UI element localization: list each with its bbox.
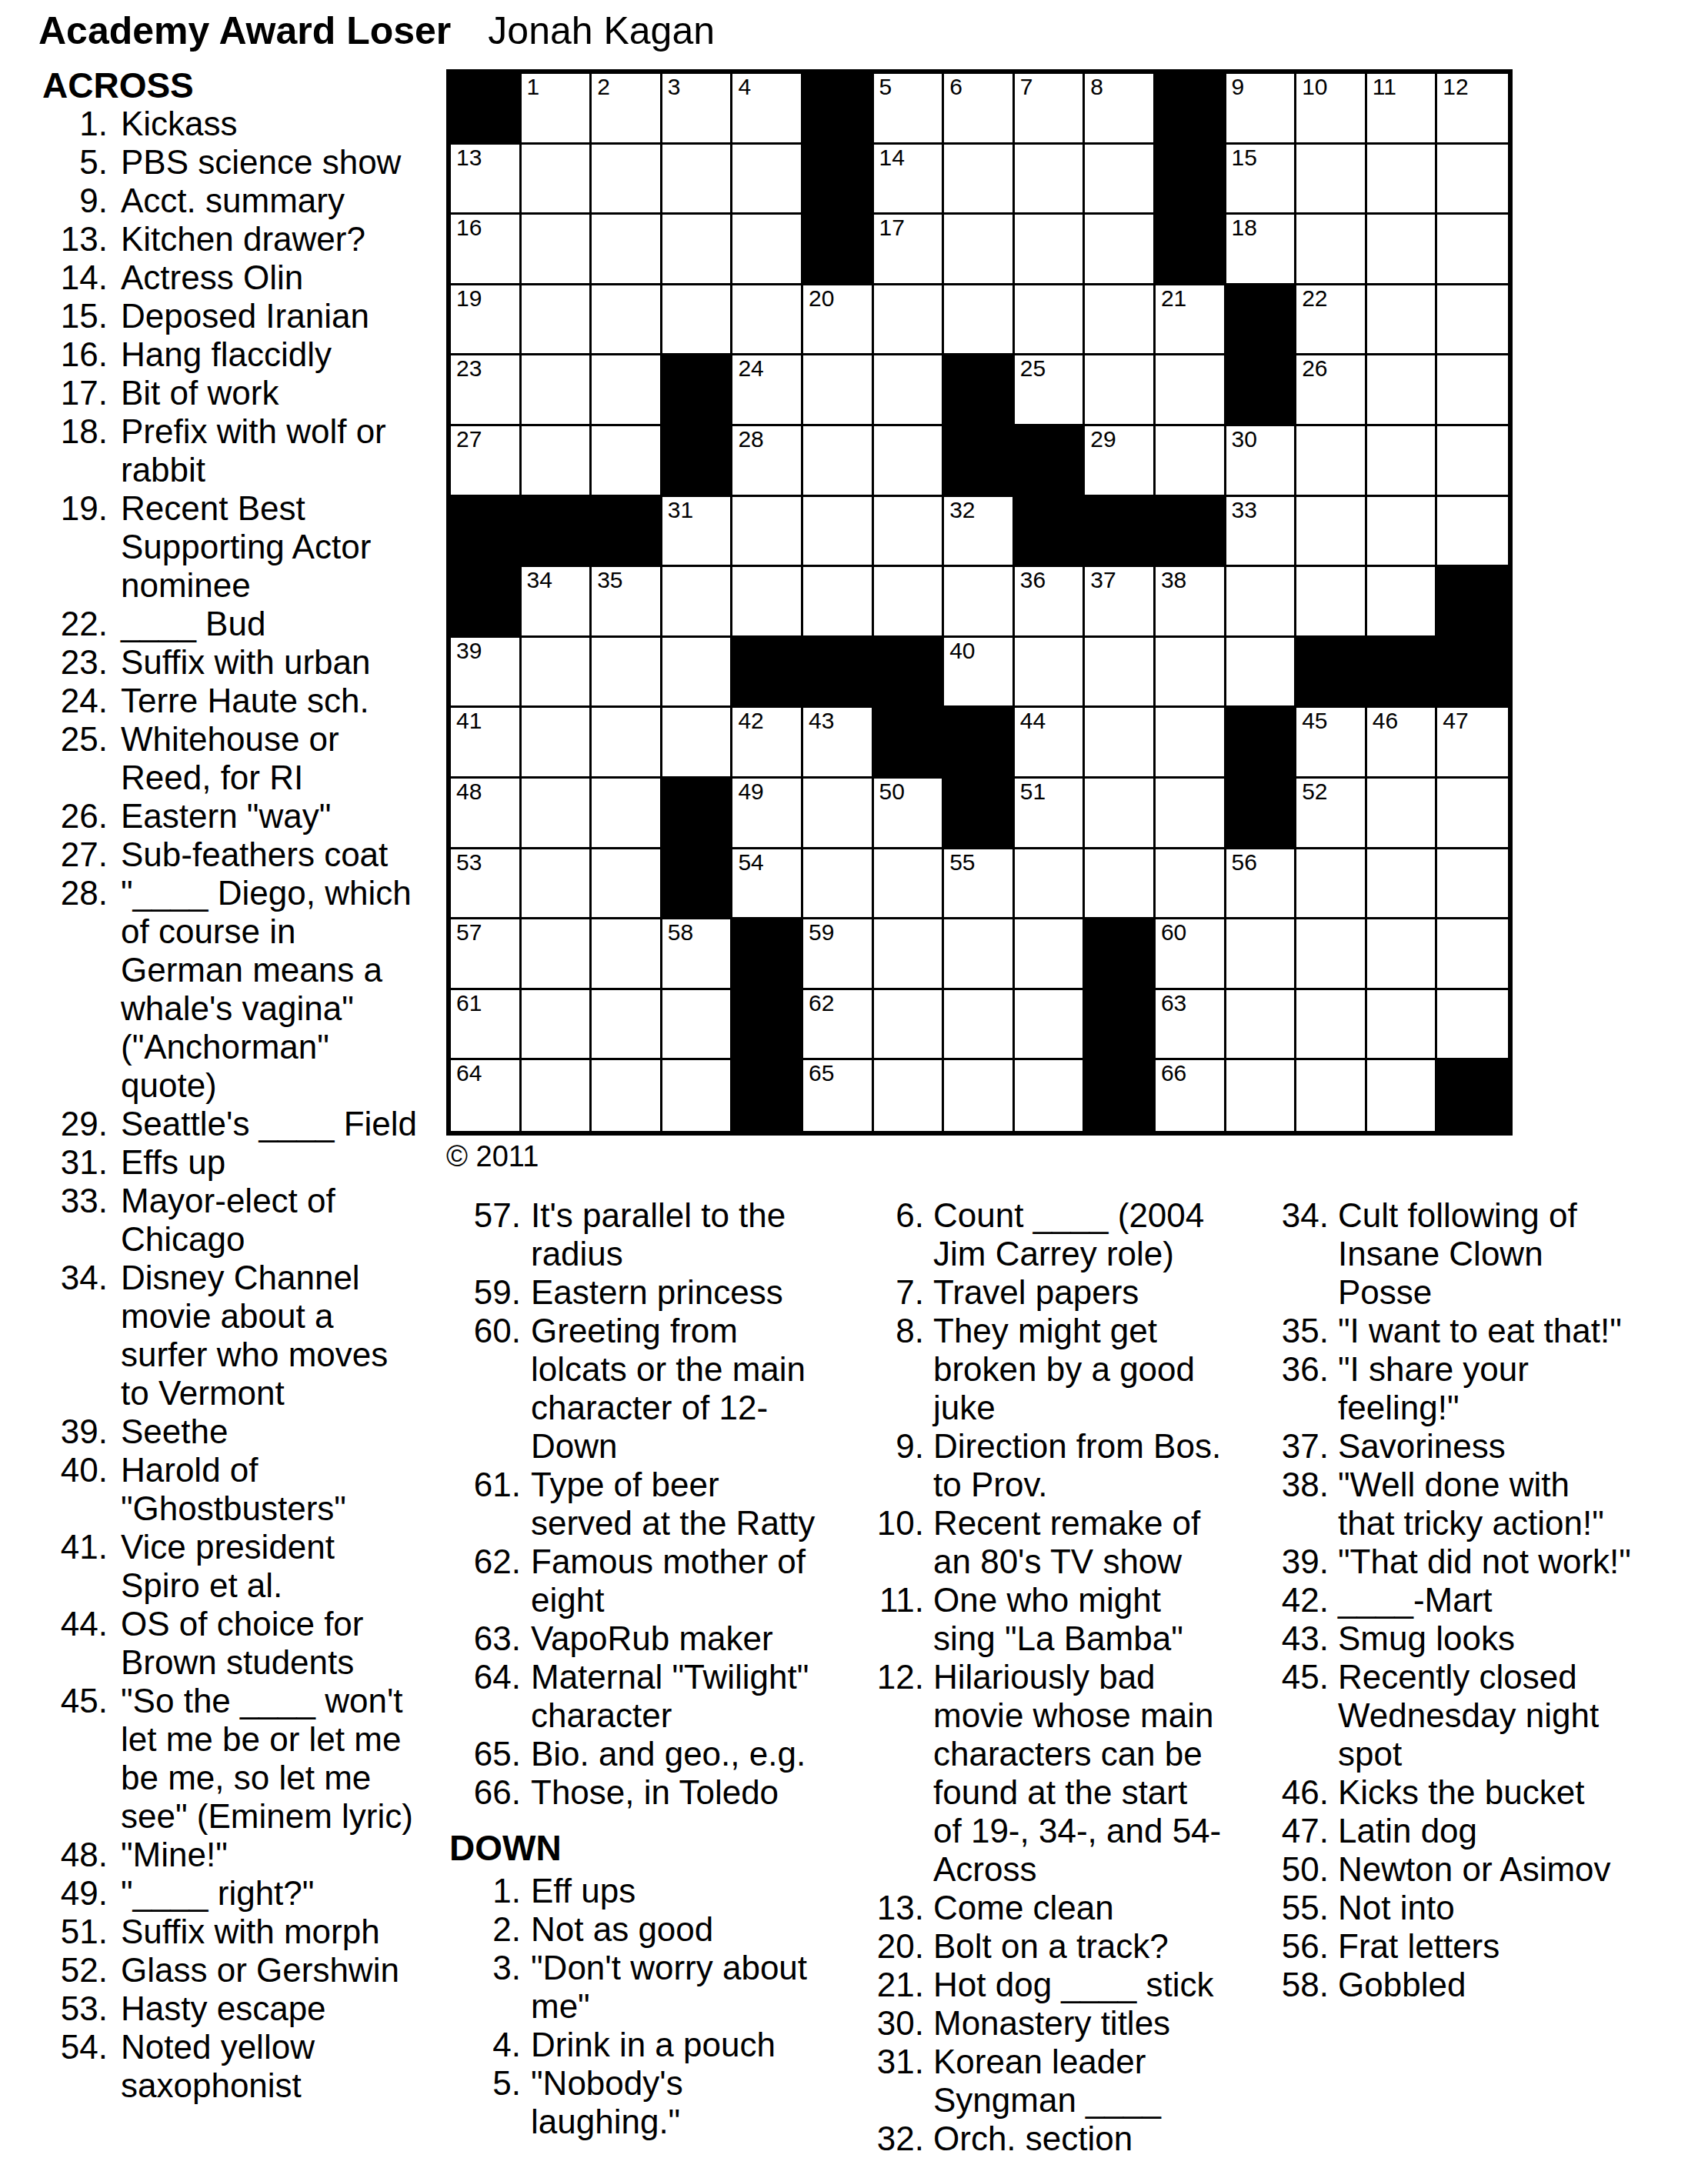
grid-cell[interactable]	[874, 919, 945, 990]
clue-item: 39.Seethe	[15, 1413, 431, 1451]
grid-cell[interactable]	[1085, 779, 1156, 849]
grid-cell[interactable]: 56	[1226, 849, 1297, 920]
clue-number: 47.	[1243, 1812, 1329, 1850]
grid-cell[interactable]	[592, 779, 662, 849]
grid-cell[interactable]	[1367, 215, 1438, 285]
grid-cell[interactable]: 47	[1437, 708, 1508, 779]
grid-cell[interactable]: 33	[1226, 497, 1297, 568]
grid-cell[interactable]	[592, 355, 662, 426]
cell-number: 24	[738, 357, 763, 380]
grid-cell[interactable]: 58	[662, 919, 733, 990]
clue-text: "Mine!"	[121, 1836, 419, 1874]
clue-text: Eastern princess	[531, 1273, 825, 1312]
grid-cell[interactable]: 28	[732, 426, 803, 497]
clue-item: 51.Suffix with morph	[15, 1913, 431, 1951]
grid-cell[interactable]	[874, 426, 945, 497]
clue-number: 18.	[15, 412, 108, 451]
grid-cell[interactable]	[874, 1060, 945, 1131]
grid-cell[interactable]: 42	[732, 708, 803, 779]
grid-cell[interactable]: 41	[451, 708, 522, 779]
clue-number: 48.	[15, 1836, 108, 1874]
clue-item: 12.Hilariously bad movie whose main char…	[839, 1658, 1227, 1889]
grid-cell[interactable]	[522, 919, 592, 990]
clue-item: 38."Well done with that tricky action!"	[1243, 1466, 1636, 1543]
grid-cell[interactable]: 45	[1296, 708, 1367, 779]
grid-cell[interactable]: 19	[451, 285, 522, 356]
grid-cell[interactable]	[1296, 1060, 1367, 1131]
clue-number: 1.	[431, 1872, 521, 1910]
grid-cell[interactable]: 29	[1085, 426, 1156, 497]
clue-text: Type of beer served at the Ratty	[531, 1466, 825, 1543]
clue-number: 31.	[15, 1143, 108, 1182]
clue-item: 55.Not into	[1243, 1889, 1636, 1927]
black-cell	[1015, 497, 1086, 568]
grid-cell[interactable]	[1226, 990, 1297, 1061]
clue-item: 15.Deposed Iranian	[15, 297, 431, 335]
clue-text: They might get broken by a good juke	[933, 1312, 1224, 1427]
clue-text: Kickass	[121, 105, 419, 143]
grid-cell[interactable]: 2	[592, 74, 662, 145]
cell-number: 46	[1373, 709, 1398, 732]
black-cell	[1015, 426, 1086, 497]
grid-cell[interactable]	[522, 638, 592, 709]
clue-text: Hilariously bad movie whose main charact…	[933, 1658, 1224, 1889]
grid-cell[interactable]: 37	[1085, 567, 1156, 638]
grid-cell[interactable]	[1015, 919, 1086, 990]
grid-cell[interactable]	[1156, 779, 1226, 849]
clue-text: "I want to eat that!"	[1338, 1312, 1633, 1350]
cell-number: 4	[738, 75, 751, 98]
black-cell	[1437, 638, 1508, 709]
grid-cell[interactable]: 10	[1296, 74, 1367, 145]
grid-cell[interactable]: 3	[662, 74, 733, 145]
grid-cell[interactable]	[1367, 355, 1438, 426]
cell-number: 36	[1020, 569, 1046, 592]
grid-cell[interactable]: 52	[1296, 779, 1367, 849]
cell-number: 43	[809, 709, 834, 732]
clue-item: 17.Bit of work	[15, 374, 431, 412]
grid-cell[interactable]	[1367, 990, 1438, 1061]
clue-text: "Don't worry about me"	[531, 1949, 825, 2026]
grid-cell[interactable]: 34	[522, 567, 592, 638]
grid-cell[interactable]: 32	[944, 497, 1015, 568]
clue-text: "Well done with that tricky action!"	[1338, 1466, 1633, 1543]
grid-cell[interactable]: 63	[1156, 990, 1226, 1061]
grid-cell[interactable]: 27	[451, 426, 522, 497]
grid-cell[interactable]: 30	[1226, 426, 1297, 497]
grid-cell[interactable]	[1296, 919, 1367, 990]
cell-number: 57	[456, 921, 482, 944]
clue-item: 23.Suffix with urban	[15, 643, 431, 682]
grid-cell[interactable]	[944, 145, 1015, 215]
grid-cell[interactable]	[1437, 779, 1508, 849]
grid-cell[interactable]	[592, 1060, 662, 1131]
grid-cell[interactable]	[522, 215, 592, 285]
grid-cell[interactable]: 57	[451, 919, 522, 990]
grid-cell[interactable]	[592, 285, 662, 356]
grid-cell[interactable]	[1226, 567, 1297, 638]
grid-cell[interactable]	[803, 497, 874, 568]
grid-cell[interactable]	[732, 567, 803, 638]
grid-cell[interactable]: 59	[803, 919, 874, 990]
grid-cell[interactable]	[592, 638, 662, 709]
grid-cell[interactable]	[1085, 708, 1156, 779]
grid-cell[interactable]	[944, 285, 1015, 356]
grid-cell[interactable]	[803, 426, 874, 497]
black-cell	[1156, 145, 1226, 215]
cell-number: 9	[1232, 75, 1245, 98]
grid-cell[interactable]: 54	[732, 849, 803, 920]
grid-cell[interactable]	[944, 567, 1015, 638]
grid-cell[interactable]	[1156, 355, 1226, 426]
black-cell	[944, 426, 1015, 497]
grid-cell[interactable]	[1367, 426, 1438, 497]
clue-number: 54.	[15, 2028, 108, 2066]
grid-cell[interactable]	[874, 497, 945, 568]
grid-cell[interactable]	[662, 567, 733, 638]
bottom-column-1: 57.It's parallel to the radius59.Eastern…	[431, 1196, 827, 2141]
grid-cell[interactable]	[1156, 426, 1226, 497]
cell-number: 21	[1161, 287, 1186, 310]
grid-cell[interactable]	[1437, 285, 1508, 356]
grid-cell[interactable]	[1085, 145, 1156, 215]
grid-cell[interactable]: 66	[1156, 1060, 1226, 1131]
grid-cell[interactable]	[522, 779, 592, 849]
clue-item: 64.Maternal "Twilight" character	[431, 1658, 827, 1735]
grid-cell[interactable]	[662, 145, 733, 215]
grid-cell[interactable]	[1437, 145, 1508, 215]
grid-cell[interactable]	[1296, 497, 1367, 568]
grid-cell[interactable]	[1437, 919, 1508, 990]
grid-cell[interactable]: 16	[451, 215, 522, 285]
grid-cell[interactable]: 35	[592, 567, 662, 638]
cell-number: 51	[1020, 780, 1046, 803]
grid-cell[interactable]	[522, 355, 592, 426]
grid-cell[interactable]	[1437, 990, 1508, 1061]
clue-text: Latin dog	[1338, 1812, 1633, 1850]
grid-cell[interactable]	[732, 285, 803, 356]
grid-cell[interactable]	[1085, 849, 1156, 920]
cell-number: 13	[456, 146, 482, 169]
clue-item: 36."I share your feeling!"	[1243, 1350, 1636, 1427]
grid-cell[interactable]	[592, 849, 662, 920]
across-header: ACROSS	[15, 66, 431, 105]
clue-number: 8.	[839, 1312, 924, 1350]
black-cell	[1156, 74, 1226, 145]
cell-number: 16	[456, 216, 482, 239]
grid-cell[interactable]: 50	[874, 779, 945, 849]
grid-cell[interactable]: 15	[1226, 145, 1297, 215]
grid-cell[interactable]: 24	[732, 355, 803, 426]
grid-cell[interactable]	[1367, 779, 1438, 849]
grid-cell[interactable]: 46	[1367, 708, 1438, 779]
grid-cell[interactable]: 65	[803, 1060, 874, 1131]
cell-number: 1	[527, 75, 540, 98]
grid-cell[interactable]	[1437, 849, 1508, 920]
grid-cell[interactable]: 18	[1226, 215, 1297, 285]
grid-cell[interactable]	[522, 285, 592, 356]
grid-cell[interactable]	[592, 919, 662, 990]
grid-cell[interactable]: 6	[944, 74, 1015, 145]
grid-cell[interactable]	[592, 708, 662, 779]
grid-cell[interactable]	[1015, 145, 1086, 215]
grid-cell[interactable]	[874, 849, 945, 920]
grid-cell[interactable]: 60	[1156, 919, 1226, 990]
grid-cell[interactable]: 53	[451, 849, 522, 920]
clue-item: 54.Noted yellow saxophonist	[15, 2028, 431, 2105]
grid-cell[interactable]	[874, 990, 945, 1061]
clue-text: Effs up	[121, 1143, 419, 1182]
clue-text: Prefix with wolf or rabbit	[121, 412, 419, 489]
cell-number: 31	[668, 499, 693, 522]
grid-cell[interactable]: 23	[451, 355, 522, 426]
black-cell	[1437, 567, 1508, 638]
grid-cell[interactable]: 39	[451, 638, 522, 709]
clue-text: Travel papers	[933, 1273, 1224, 1312]
clue-number: 5.	[15, 143, 108, 182]
grid-cell[interactable]	[944, 990, 1015, 1061]
clue-text: Savoriness	[1338, 1427, 1633, 1466]
grid-cell[interactable]	[1296, 145, 1367, 215]
grid-cell[interactable]: 44	[1015, 708, 1086, 779]
grid-cell[interactable]	[732, 145, 803, 215]
grid-cell[interactable]: 1	[522, 74, 592, 145]
grid-cell[interactable]	[874, 355, 945, 426]
clue-text: "Nobody's laughing."	[531, 2064, 825, 2141]
clue-text: Harold of "Ghostbusters"	[121, 1451, 419, 1528]
clue-text: Frat letters	[1338, 1927, 1633, 1966]
clue-number: 51.	[15, 1913, 108, 1951]
clue-text: Acct. summary	[121, 182, 419, 220]
clue-text: "____ right?"	[121, 1874, 419, 1913]
grid-cell[interactable]	[1437, 497, 1508, 568]
grid-cell[interactable]	[1367, 919, 1438, 990]
grid-cell[interactable]	[1367, 497, 1438, 568]
grid-cell[interactable]	[944, 1060, 1015, 1131]
grid-cell[interactable]	[522, 145, 592, 215]
black-cell	[944, 708, 1015, 779]
clue-number: 34.	[1243, 1196, 1329, 1235]
clue-number: 33.	[15, 1182, 108, 1220]
grid-cell[interactable]: 43	[803, 708, 874, 779]
clue-number: 37.	[1243, 1427, 1329, 1466]
black-cell	[592, 497, 662, 568]
grid-cell[interactable]	[803, 849, 874, 920]
grid-cell[interactable]: 48	[451, 779, 522, 849]
clue-text: Monastery titles	[933, 2004, 1224, 2043]
grid-cell[interactable]	[522, 849, 592, 920]
clue-text: Bio. and geo., e.g.	[531, 1735, 825, 1773]
grid-cell[interactable]	[1156, 849, 1226, 920]
clue-item: 59.Eastern princess	[431, 1273, 827, 1312]
grid-cell[interactable]	[592, 426, 662, 497]
grid-cell[interactable]	[522, 1060, 592, 1131]
clue-item: 45.Recently closed Wednesday night spot	[1243, 1658, 1636, 1773]
grid-cell[interactable]	[1015, 638, 1086, 709]
grid-cell[interactable]	[1367, 567, 1438, 638]
grid-cell[interactable]	[1156, 708, 1226, 779]
grid-cell[interactable]	[662, 708, 733, 779]
clue-item: 30.Monastery titles	[839, 2004, 1227, 2043]
down-header: DOWN	[431, 1829, 827, 1867]
black-cell	[451, 497, 522, 568]
clue-text: Recent remake of an 80's TV show	[933, 1504, 1224, 1581]
grid-cell[interactable]	[1085, 215, 1156, 285]
clue-text: Suffix with urban	[121, 643, 419, 682]
clue-number: 52.	[15, 1951, 108, 1990]
grid-cell[interactable]: 31	[662, 497, 733, 568]
clue-text: Seethe	[121, 1413, 419, 1451]
grid-cell[interactable]	[1367, 285, 1438, 356]
grid-cell[interactable]: 49	[732, 779, 803, 849]
grid-cell[interactable]	[592, 215, 662, 285]
grid-cell[interactable]: 9	[1226, 74, 1297, 145]
grid-cell[interactable]	[1085, 285, 1156, 356]
grid-cell[interactable]	[1296, 990, 1367, 1061]
clue-text: Glass or Gershwin	[121, 1951, 419, 1990]
black-cell	[662, 849, 733, 920]
grid-cell[interactable]	[662, 285, 733, 356]
grid-cell[interactable]: 13	[451, 145, 522, 215]
clue-item: 42.____-Mart	[1243, 1581, 1636, 1619]
grid-cell[interactable]	[592, 145, 662, 215]
grid-cell[interactable]: 7	[1015, 74, 1086, 145]
clue-text: One who might sing "La Bamba"	[933, 1581, 1224, 1658]
grid-cell[interactable]	[1226, 919, 1297, 990]
grid-cell[interactable]	[592, 990, 662, 1061]
clue-item: 25.Whitehouse or Reed, for RI	[15, 720, 431, 797]
grid-cell[interactable]	[1085, 355, 1156, 426]
cell-number: 10	[1302, 75, 1327, 98]
grid-cell[interactable]	[1296, 215, 1367, 285]
grid-cell[interactable]: 14	[874, 145, 945, 215]
clue-text: Eff ups	[531, 1872, 825, 1910]
grid-cell[interactable]: 17	[874, 215, 945, 285]
grid-cell[interactable]: 8	[1085, 74, 1156, 145]
grid-cell[interactable]	[1085, 638, 1156, 709]
clue-item: 13.Come clean	[839, 1889, 1227, 1927]
grid-cell[interactable]	[1437, 215, 1508, 285]
grid-cell[interactable]	[1015, 285, 1086, 356]
clue-item: 18.Prefix with wolf or rabbit	[15, 412, 431, 489]
cell-number: 40	[949, 639, 975, 662]
clue-item: 48."Mine!"	[15, 1836, 431, 1874]
clue-item: 27.Sub-feathers coat	[15, 836, 431, 874]
grid-cell[interactable]: 21	[1156, 285, 1226, 356]
grid-cell[interactable]	[732, 215, 803, 285]
clue-item: 62.Famous mother of eight	[431, 1543, 827, 1619]
grid-cell[interactable]	[662, 990, 733, 1061]
grid-cell[interactable]: 5	[874, 74, 945, 145]
grid-cell[interactable]	[944, 919, 1015, 990]
grid-cell[interactable]	[1296, 849, 1367, 920]
grid-cell[interactable]: 11	[1367, 74, 1438, 145]
cell-number: 61	[456, 992, 482, 1015]
grid-cell[interactable]	[1296, 567, 1367, 638]
clue-number: 32.	[839, 2120, 924, 2158]
grid-cell[interactable]	[1437, 426, 1508, 497]
grid-cell[interactable]: 40	[944, 638, 1015, 709]
grid-cell[interactable]: 61	[451, 990, 522, 1061]
grid-cell[interactable]	[1015, 215, 1086, 285]
grid-cell[interactable]	[522, 426, 592, 497]
grid-cell[interactable]: 20	[803, 285, 874, 356]
grid-cell[interactable]	[803, 355, 874, 426]
cell-number: 58	[668, 921, 693, 944]
crossword-grid: 1234567891011121314151617181920212223242…	[446, 69, 1513, 1136]
cell-number: 5	[879, 75, 892, 98]
clue-number: 29.	[15, 1105, 108, 1143]
grid-cell[interactable]	[1015, 849, 1086, 920]
grid-cell[interactable]: 22	[1296, 285, 1367, 356]
cell-number: 15	[1232, 146, 1257, 169]
clue-number: 43.	[1243, 1619, 1329, 1658]
grid-cell[interactable]	[803, 779, 874, 849]
grid-cell[interactable]	[662, 638, 733, 709]
grid-cell[interactable]	[1296, 426, 1367, 497]
clue-number: 55.	[1243, 1889, 1329, 1927]
grid-cell[interactable]: 55	[944, 849, 1015, 920]
grid-cell[interactable]	[944, 215, 1015, 285]
cell-number: 48	[456, 780, 482, 803]
across-clue-column: ACROSS 1.Kickass5.PBS science show9.Acct…	[15, 66, 431, 2105]
clue-number: 24.	[15, 682, 108, 720]
clue-number: 15.	[15, 297, 108, 335]
grid-cell[interactable]	[1367, 145, 1438, 215]
grid-cell[interactable]	[522, 990, 592, 1061]
grid-cell[interactable]	[1226, 1060, 1297, 1131]
cell-number: 11	[1373, 75, 1396, 98]
clue-item: 44.OS of choice for Brown students	[15, 1605, 431, 1682]
grid-cell[interactable]	[1437, 355, 1508, 426]
grid-cell[interactable]	[1226, 638, 1297, 709]
black-cell	[1226, 708, 1297, 779]
grid-cell[interactable]	[1015, 1060, 1086, 1131]
cell-number: 44	[1020, 709, 1046, 732]
grid-cell[interactable]	[662, 215, 733, 285]
grid-cell[interactable]: 26	[1296, 355, 1367, 426]
grid-cell[interactable]	[803, 567, 874, 638]
grid-cell[interactable]	[732, 497, 803, 568]
clue-text: Maternal "Twilight" character	[531, 1658, 825, 1735]
black-cell	[1156, 215, 1226, 285]
grid-cell[interactable]: 4	[732, 74, 803, 145]
grid-cell[interactable]	[874, 567, 945, 638]
grid-cell[interactable]: 36	[1015, 567, 1086, 638]
grid-cell[interactable]	[874, 285, 945, 356]
black-cell	[522, 497, 592, 568]
clue-item: 24.Terre Haute sch.	[15, 682, 431, 720]
grid-cell[interactable]: 62	[803, 990, 874, 1061]
grid-cell[interactable]	[1015, 990, 1086, 1061]
clue-item: 65.Bio. and geo., e.g.	[431, 1735, 827, 1773]
cell-number: 26	[1302, 357, 1327, 380]
clue-item: 9.Direction from Bos. to Prov.	[839, 1427, 1227, 1504]
grid-cell[interactable]: 64	[451, 1060, 522, 1131]
grid-cell[interactable]: 12	[1437, 74, 1508, 145]
grid-cell[interactable]: 25	[1015, 355, 1086, 426]
grid-cell[interactable]	[1156, 638, 1226, 709]
cell-number: 53	[456, 851, 482, 874]
grid-cell[interactable]: 38	[1156, 567, 1226, 638]
grid-cell[interactable]	[522, 708, 592, 779]
grid-cell[interactable]: 51	[1015, 779, 1086, 849]
clue-number: 12.	[839, 1658, 924, 1696]
clue-number: 36.	[1243, 1350, 1329, 1389]
grid-cell[interactable]	[1367, 1060, 1438, 1131]
grid-cell[interactable]	[662, 1060, 733, 1131]
grid-cell[interactable]	[1367, 849, 1438, 920]
